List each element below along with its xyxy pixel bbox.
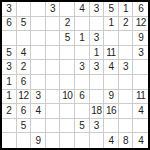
cell-r1c6[interactable]: 4 — [75, 2, 90, 17]
cell-number: 2 — [6, 106, 11, 116]
cell-number: 4 — [108, 62, 113, 72]
cell-r2c1[interactable]: 6 — [2, 17, 17, 32]
cell-r9c6[interactable]: 5 — [75, 119, 90, 134]
cell-r2c7[interactable] — [90, 17, 105, 32]
cell-r1c3[interactable] — [31, 2, 46, 17]
cell-r1c9[interactable]: 1 — [119, 2, 134, 17]
cell-r2c10[interactable]: 12 — [133, 17, 148, 32]
cell-r8c9[interactable] — [119, 104, 134, 119]
cell-r7c3[interactable]: 3 — [31, 90, 46, 105]
cell-number: 8 — [123, 136, 128, 146]
cell-r7c4[interactable] — [46, 90, 61, 105]
cell-r9c7[interactable]: 3 — [90, 119, 105, 134]
cell-r6c10[interactable] — [133, 75, 148, 90]
cell-r9c3[interactable] — [31, 119, 46, 134]
cell-number: 3 — [79, 62, 84, 72]
cell-number: 6 — [6, 18, 11, 28]
cell-r4c2[interactable]: 4 — [17, 46, 32, 61]
cell-r10c10[interactable]: 4 — [133, 133, 148, 148]
cell-r10c7[interactable] — [90, 133, 105, 148]
cell-r4c5[interactable] — [60, 46, 75, 61]
cell-number: 12 — [136, 18, 146, 28]
cell-r4c9[interactable] — [119, 46, 134, 61]
cell-number: 16 — [106, 106, 116, 116]
cell-number: 5 — [79, 121, 84, 131]
cell-number: 3 — [138, 48, 143, 58]
cell-r4c10[interactable]: 3 — [133, 46, 148, 61]
cell-number: 1 — [94, 48, 99, 58]
cell-r2c2[interactable]: 5 — [17, 17, 32, 32]
cell-r3c8[interactable] — [104, 31, 119, 46]
cell-r7c1[interactable]: 1 — [2, 90, 17, 105]
cell-r3c2[interactable] — [17, 31, 32, 46]
cell-r4c4[interactable] — [46, 46, 61, 61]
cell-r6c2[interactable]: 6 — [17, 75, 32, 90]
cell-r10c5[interactable] — [60, 133, 75, 148]
cell-r5c6[interactable]: 3 — [75, 60, 90, 75]
cell-r1c1[interactable]: 3 — [2, 2, 17, 17]
cell-number: 4 — [35, 106, 40, 116]
cell-r8c3[interactable]: 4 — [31, 104, 46, 119]
cell-number: 3 — [123, 62, 128, 72]
cell-number: 3 — [94, 33, 99, 43]
cell-r7c5[interactable]: 10 — [60, 90, 75, 105]
cell-number: 3 — [94, 121, 99, 131]
cell-r4c7[interactable]: 1 — [90, 46, 105, 61]
cell-r8c2[interactable]: 6 — [17, 104, 32, 119]
cell-r1c5[interactable] — [60, 2, 75, 17]
cell-r5c8[interactable]: 4 — [104, 60, 119, 75]
cell-number: 9 — [35, 136, 40, 146]
cell-number: 1 — [108, 18, 113, 28]
cell-number: 9 — [108, 91, 113, 101]
cell-number: 3 — [50, 4, 55, 14]
cell-number: 18 — [91, 106, 101, 116]
cell-r10c2[interactable] — [17, 133, 32, 148]
cell-r9c9[interactable] — [119, 119, 134, 134]
cell-r1c7[interactable]: 3 — [90, 2, 105, 17]
cell-r4c1[interactable]: 5 — [2, 46, 17, 61]
cell-r8c10[interactable]: 4 — [133, 104, 148, 119]
cell-r3c7[interactable]: 3 — [90, 31, 105, 46]
cell-r4c3[interactable] — [31, 46, 46, 61]
cell-number: 1 — [6, 91, 11, 101]
cell-r8c1[interactable]: 2 — [2, 104, 17, 119]
cell-r10c4[interactable] — [46, 133, 61, 148]
cell-number: 1 — [123, 4, 128, 14]
cell-r5c3[interactable] — [31, 60, 46, 75]
cell-r6c1[interactable]: 1 — [2, 75, 17, 90]
cell-r3c6[interactable]: 1 — [75, 31, 90, 46]
cell-r2c5[interactable]: 2 — [60, 17, 75, 32]
cell-r1c10[interactable]: 6 — [133, 2, 148, 17]
cell-r7c9[interactable] — [119, 90, 134, 105]
cell-r6c6[interactable] — [75, 75, 90, 90]
cell-r6c3[interactable] — [31, 75, 46, 90]
cell-number: 5 — [6, 48, 11, 58]
puzzle-board: 3343516652121251395411133233431611231069… — [0, 0, 150, 150]
cell-r3c10[interactable]: 9 — [133, 31, 148, 46]
cell-number: 3 — [94, 4, 99, 14]
cell-number: 4 — [138, 106, 143, 116]
cell-r9c10[interactable] — [133, 119, 148, 134]
cell-r6c7[interactable] — [90, 75, 105, 90]
cell-number: 2 — [65, 18, 70, 28]
cell-r4c8[interactable]: 11 — [104, 46, 119, 61]
cell-number: 6 — [21, 77, 26, 87]
cell-number: 5 — [21, 18, 26, 28]
cell-r9c8[interactable] — [104, 119, 119, 134]
cell-r8c4[interactable] — [46, 104, 61, 119]
cell-r3c3[interactable] — [31, 31, 46, 46]
cell-r9c4[interactable] — [46, 119, 61, 134]
cell-r5c2[interactable]: 2 — [17, 60, 32, 75]
cell-r7c10[interactable]: 11 — [133, 90, 148, 105]
cell-r2c8[interactable]: 1 — [104, 17, 119, 32]
cell-number: 2 — [123, 18, 128, 28]
cell-r10c1[interactable] — [2, 133, 17, 148]
cell-number: 1 — [6, 77, 11, 87]
cell-number: 6 — [138, 4, 143, 14]
cell-r8c6[interactable] — [75, 104, 90, 119]
cell-number: 1 — [79, 33, 84, 43]
cell-number: 9 — [138, 33, 143, 43]
cell-number: 6 — [79, 91, 84, 101]
cell-number: 5 — [65, 33, 70, 43]
cell-number: 4 — [21, 48, 26, 58]
cell-r7c7[interactable] — [90, 90, 105, 105]
cell-r10c3[interactable]: 9 — [31, 133, 46, 148]
cell-number: 3 — [6, 4, 11, 14]
cell-r10c8[interactable]: 4 — [104, 133, 119, 148]
cell-r2c6[interactable] — [75, 17, 90, 32]
cell-r1c2[interactable] — [17, 2, 32, 17]
cell-number: 4 — [108, 136, 113, 146]
cell-number: 11 — [136, 91, 145, 101]
cell-r1c8[interactable]: 5 — [104, 2, 119, 17]
cell-number: 4 — [138, 136, 143, 146]
cell-r6c8[interactable] — [104, 75, 119, 90]
cell-r3c5[interactable]: 5 — [60, 31, 75, 46]
cell-r5c5[interactable] — [60, 60, 75, 75]
cell-r2c9[interactable]: 2 — [119, 17, 134, 32]
cell-number: 11 — [106, 48, 115, 58]
cell-r2c4[interactable] — [46, 17, 61, 32]
cell-r10c6[interactable] — [75, 133, 90, 148]
cell-number: 12 — [18, 91, 28, 101]
cell-r6c9[interactable] — [119, 75, 134, 90]
cell-number: 5 — [21, 121, 26, 131]
cell-r5c1[interactable]: 3 — [2, 60, 17, 75]
cell-r3c9[interactable] — [119, 31, 134, 46]
cell-r4c6[interactable] — [75, 46, 90, 61]
cell-r5c7[interactable]: 3 — [90, 60, 105, 75]
cell-r9c2[interactable]: 5 — [17, 119, 32, 134]
cell-r3c4[interactable] — [46, 31, 61, 46]
cell-number: 10 — [62, 91, 72, 101]
cell-r7c2[interactable]: 12 — [17, 90, 32, 105]
cell-r7c8[interactable]: 9 — [104, 90, 119, 105]
cell-r3c1[interactable] — [2, 31, 17, 46]
cell-number: 3 — [6, 62, 11, 72]
cell-r6c4[interactable] — [46, 75, 61, 90]
cell-r8c7[interactable]: 18 — [90, 104, 105, 119]
cell-number: 6 — [21, 106, 26, 116]
cell-r8c8[interactable]: 16 — [104, 104, 119, 119]
cell-r10c9[interactable]: 8 — [119, 133, 134, 148]
cell-r5c10[interactable] — [133, 60, 148, 75]
cell-r7c6[interactable]: 6 — [75, 90, 90, 105]
cell-number: 4 — [79, 4, 84, 14]
cell-number: 5 — [108, 4, 113, 14]
cell-r1c4[interactable]: 3 — [46, 2, 61, 17]
cell-number: 2 — [21, 62, 26, 72]
cell-r9c1[interactable] — [2, 119, 17, 134]
cell-r6c5[interactable] — [60, 75, 75, 90]
cell-r5c4[interactable] — [46, 60, 61, 75]
cell-number: 3 — [35, 91, 40, 101]
cell-r9c5[interactable] — [60, 119, 75, 134]
cell-r2c3[interactable] — [31, 17, 46, 32]
cell-r5c9[interactable]: 3 — [119, 60, 134, 75]
cell-number: 3 — [94, 62, 99, 72]
cell-r8c5[interactable] — [60, 104, 75, 119]
